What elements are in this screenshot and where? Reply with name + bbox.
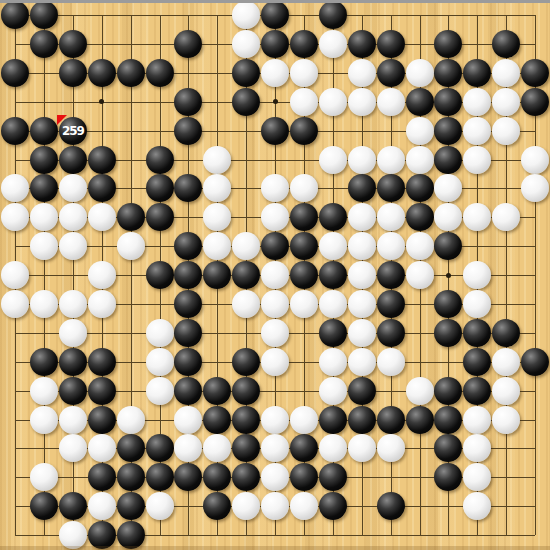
black-stone — [463, 59, 491, 87]
white-stone — [319, 146, 347, 174]
go-board[interactable]: 259 — [0, 0, 550, 550]
white-stone — [59, 232, 87, 260]
white-stone — [348, 261, 376, 289]
star-point — [273, 99, 278, 104]
white-stone — [1, 203, 29, 231]
white-stone — [377, 348, 405, 376]
black-stone — [174, 88, 202, 116]
white-stone — [492, 348, 520, 376]
white-stone — [463, 406, 491, 434]
white-stone — [463, 146, 491, 174]
black-stone — [232, 59, 260, 87]
white-stone — [377, 434, 405, 462]
black-stone — [406, 406, 434, 434]
white-stone — [203, 146, 231, 174]
black-stone — [319, 319, 347, 347]
white-stone — [261, 203, 289, 231]
black-stone — [117, 434, 145, 462]
black-stone — [261, 1, 289, 29]
black-stone — [146, 203, 174, 231]
white-stone — [146, 492, 174, 520]
black-stone — [146, 174, 174, 202]
black-stone — [261, 117, 289, 145]
white-stone — [492, 203, 520, 231]
black-stone — [377, 174, 405, 202]
white-stone — [59, 406, 87, 434]
white-stone — [463, 88, 491, 116]
black-stone — [290, 30, 318, 58]
white-stone — [30, 377, 58, 405]
white-stone — [146, 319, 174, 347]
white-stone — [30, 290, 58, 318]
black-stone — [492, 30, 520, 58]
white-stone — [261, 434, 289, 462]
white-stone — [146, 377, 174, 405]
black-stone — [290, 261, 318, 289]
black-stone — [406, 203, 434, 231]
white-stone — [463, 117, 491, 145]
black-stone — [434, 319, 462, 347]
black-stone — [434, 406, 462, 434]
black-stone — [30, 492, 58, 520]
black-stone — [174, 261, 202, 289]
white-stone — [348, 290, 376, 318]
white-stone — [232, 290, 260, 318]
white-stone — [88, 261, 116, 289]
black-stone — [30, 30, 58, 58]
white-stone — [319, 30, 347, 58]
black-stone — [232, 377, 260, 405]
white-stone — [463, 434, 491, 462]
white-stone — [348, 348, 376, 376]
black-stone — [521, 348, 549, 376]
black-stone — [203, 463, 231, 491]
white-stone — [377, 232, 405, 260]
black-stone — [146, 59, 174, 87]
white-stone — [174, 406, 202, 434]
white-stone — [348, 319, 376, 347]
black-stone — [174, 174, 202, 202]
black-stone — [88, 348, 116, 376]
white-stone — [406, 146, 434, 174]
white-stone — [30, 232, 58, 260]
black-stone — [377, 290, 405, 318]
black-stone — [434, 290, 462, 318]
white-stone — [406, 59, 434, 87]
black-stone — [261, 232, 289, 260]
white-stone — [348, 434, 376, 462]
black-stone — [377, 319, 405, 347]
white-stone — [59, 290, 87, 318]
white-stone — [232, 232, 260, 260]
black-stone — [117, 492, 145, 520]
white-stone — [463, 492, 491, 520]
white-stone — [406, 232, 434, 260]
black-stone — [1, 59, 29, 87]
black-stone — [174, 377, 202, 405]
white-stone — [30, 463, 58, 491]
black-stone — [232, 463, 260, 491]
white-stone — [290, 88, 318, 116]
white-stone — [88, 203, 116, 231]
black-stone — [117, 59, 145, 87]
black-stone — [59, 348, 87, 376]
black-stone — [290, 463, 318, 491]
black-stone — [146, 261, 174, 289]
black-stone — [348, 174, 376, 202]
white-stone — [319, 434, 347, 462]
white-stone — [319, 88, 347, 116]
white-stone — [203, 203, 231, 231]
black-stone — [88, 406, 116, 434]
white-stone — [290, 492, 318, 520]
black-stone — [434, 377, 462, 405]
black-stone — [319, 1, 347, 29]
black-stone — [59, 30, 87, 58]
white-stone — [348, 203, 376, 231]
black-stone — [377, 406, 405, 434]
black-stone — [377, 59, 405, 87]
white-stone — [261, 261, 289, 289]
black-stone — [232, 348, 260, 376]
white-stone — [377, 88, 405, 116]
black-stone — [434, 117, 462, 145]
board-bottom-shade — [0, 546, 550, 550]
white-stone — [319, 290, 347, 318]
black-stone — [1, 1, 29, 29]
black-stone — [232, 88, 260, 116]
black-stone — [232, 261, 260, 289]
white-stone — [117, 232, 145, 260]
white-stone — [348, 59, 376, 87]
white-stone — [463, 290, 491, 318]
black-stone — [434, 463, 462, 491]
white-stone — [174, 434, 202, 462]
screenshot-stage: 259 — [0, 0, 550, 550]
white-stone — [59, 319, 87, 347]
white-stone — [59, 203, 87, 231]
black-stone — [377, 30, 405, 58]
black-stone — [521, 88, 549, 116]
black-stone — [59, 492, 87, 520]
black-stone — [1, 117, 29, 145]
white-stone — [30, 406, 58, 434]
black-stone — [174, 290, 202, 318]
white-stone — [1, 261, 29, 289]
move-number-label: 259 — [59, 117, 87, 145]
black-stone — [174, 232, 202, 260]
white-stone — [290, 59, 318, 87]
black-stone — [203, 377, 231, 405]
black-stone — [30, 348, 58, 376]
white-stone — [261, 174, 289, 202]
white-stone — [492, 88, 520, 116]
white-stone — [30, 203, 58, 231]
black-stone — [203, 492, 231, 520]
black-stone — [348, 30, 376, 58]
black-stone — [434, 30, 462, 58]
white-stone — [203, 434, 231, 462]
black-stone — [88, 146, 116, 174]
white-stone — [88, 492, 116, 520]
white-stone — [463, 261, 491, 289]
black-stone — [174, 348, 202, 376]
white-stone — [261, 492, 289, 520]
black-stone — [146, 434, 174, 462]
black-stone — [88, 377, 116, 405]
white-stone — [59, 434, 87, 462]
white-stone — [261, 59, 289, 87]
white-stone — [1, 290, 29, 318]
black-stone — [492, 319, 520, 347]
white-stone — [232, 30, 260, 58]
black-stone — [463, 377, 491, 405]
black-stone — [290, 434, 318, 462]
black-stone — [203, 261, 231, 289]
black-stone — [59, 377, 87, 405]
white-stone — [1, 174, 29, 202]
white-stone — [377, 203, 405, 231]
black-stone — [434, 232, 462, 260]
star-point — [446, 273, 451, 278]
black-stone — [434, 88, 462, 116]
white-stone — [434, 174, 462, 202]
black-stone — [203, 406, 231, 434]
white-stone — [232, 492, 260, 520]
white-stone — [88, 434, 116, 462]
black-stone — [174, 463, 202, 491]
black-stone — [290, 203, 318, 231]
black-stone — [348, 406, 376, 434]
white-stone — [261, 348, 289, 376]
white-stone — [492, 117, 520, 145]
black-stone — [117, 203, 145, 231]
black-stone — [88, 174, 116, 202]
black-stone — [88, 463, 116, 491]
white-stone — [434, 203, 462, 231]
black-stone — [232, 434, 260, 462]
white-stone — [146, 348, 174, 376]
black-stone — [174, 319, 202, 347]
white-stone — [463, 463, 491, 491]
black-stone — [434, 146, 462, 174]
black-stone — [290, 117, 318, 145]
white-stone — [348, 232, 376, 260]
black-stone — [319, 463, 347, 491]
white-stone — [261, 406, 289, 434]
white-stone — [290, 290, 318, 318]
black-stone — [406, 174, 434, 202]
black-stone — [117, 521, 145, 549]
white-stone — [88, 290, 116, 318]
black-stone — [30, 1, 58, 29]
black-stone — [406, 88, 434, 116]
white-stone — [232, 1, 260, 29]
black-stone — [88, 521, 116, 549]
white-stone — [406, 377, 434, 405]
white-stone — [521, 174, 549, 202]
black-stone — [463, 348, 491, 376]
white-stone — [492, 377, 520, 405]
black-stone — [377, 492, 405, 520]
white-stone — [203, 232, 231, 260]
black-stone — [434, 434, 462, 462]
star-point — [99, 99, 104, 104]
black-stone — [319, 406, 347, 434]
white-stone — [319, 232, 347, 260]
black-stone — [348, 377, 376, 405]
white-stone — [492, 406, 520, 434]
white-stone — [492, 59, 520, 87]
white-stone — [59, 174, 87, 202]
black-stone — [319, 492, 347, 520]
black-stone — [261, 30, 289, 58]
black-stone — [319, 203, 347, 231]
white-stone — [290, 174, 318, 202]
white-stone — [117, 406, 145, 434]
black-stone — [434, 59, 462, 87]
white-stone — [406, 261, 434, 289]
white-stone — [203, 174, 231, 202]
black-stone — [146, 146, 174, 174]
window-top-edge — [0, 0, 550, 3]
white-stone — [348, 146, 376, 174]
black-stone — [59, 59, 87, 87]
black-stone — [30, 117, 58, 145]
white-stone — [319, 348, 347, 376]
black-stone — [174, 117, 202, 145]
white-stone — [521, 146, 549, 174]
black-stone — [232, 406, 260, 434]
black-stone — [290, 232, 318, 260]
black-stone — [59, 146, 87, 174]
black-stone — [463, 319, 491, 347]
black-stone — [146, 463, 174, 491]
white-stone — [463, 203, 491, 231]
white-stone — [261, 290, 289, 318]
black-stone — [521, 59, 549, 87]
white-stone — [348, 88, 376, 116]
white-stone — [319, 377, 347, 405]
black-stone — [88, 59, 116, 87]
white-stone — [261, 319, 289, 347]
white-stone — [261, 463, 289, 491]
black-stone — [30, 146, 58, 174]
white-stone — [290, 406, 318, 434]
white-stone — [59, 521, 87, 549]
black-stone — [117, 463, 145, 491]
white-stone — [406, 117, 434, 145]
white-stone — [377, 146, 405, 174]
black-stone — [319, 261, 347, 289]
black-stone — [30, 174, 58, 202]
black-stone — [377, 261, 405, 289]
black-stone — [174, 30, 202, 58]
